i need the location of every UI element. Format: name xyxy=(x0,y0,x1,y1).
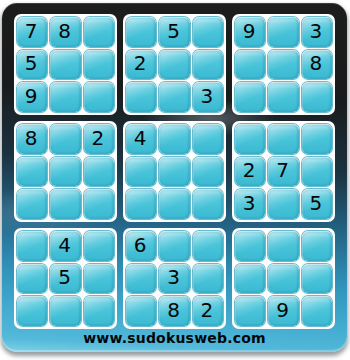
sudoku-cell-r3c6[interactable]: 3 xyxy=(193,82,223,112)
sudoku-cell-r6c1[interactable] xyxy=(17,189,47,219)
sudoku-cell-r7c9[interactable] xyxy=(302,231,332,261)
given-digit: 2 xyxy=(243,160,256,180)
sudoku-cell-r3c8[interactable] xyxy=(268,82,298,112)
sudoku-cell-r7c8[interactable] xyxy=(268,231,298,261)
sudoku-box-4: 82 xyxy=(14,121,117,222)
given-digit: 2 xyxy=(200,300,213,320)
given-digit: 8 xyxy=(58,21,71,41)
sudoku-cell-r9c9[interactable] xyxy=(302,296,332,326)
given-digit: 5 xyxy=(167,21,180,41)
sudoku-cell-r7c6[interactable] xyxy=(193,231,223,261)
sudoku-box-6: 2735 xyxy=(232,121,335,222)
given-digit: 6 xyxy=(134,235,147,255)
sudoku-cell-r5c4[interactable] xyxy=(126,157,156,187)
sudoku-cell-r4c1[interactable]: 8 xyxy=(17,124,47,154)
sudoku-cell-r8c9[interactable] xyxy=(302,264,332,294)
sudoku-cell-r4c2[interactable] xyxy=(50,124,80,154)
given-digit: 3 xyxy=(243,193,256,213)
given-digit: 5 xyxy=(58,267,71,287)
sudoku-box-9: 9 xyxy=(232,228,335,329)
sudoku-box-8: 6382 xyxy=(123,228,226,329)
sudoku-cell-r3c4[interactable] xyxy=(126,82,156,112)
sudoku-cell-r5c8[interactable]: 7 xyxy=(268,157,298,187)
sudoku-cell-r9c2[interactable] xyxy=(50,296,80,326)
sudoku-cell-r1c5[interactable]: 5 xyxy=(159,17,189,47)
sudoku-cell-r8c6[interactable] xyxy=(193,264,223,294)
sudoku-cell-r1c6[interactable] xyxy=(193,17,223,47)
sudoku-cell-r2c5[interactable] xyxy=(159,50,189,80)
sudoku-cell-r2c4[interactable]: 2 xyxy=(126,50,156,80)
given-digit: 9 xyxy=(243,21,256,41)
sudoku-cell-r3c1[interactable]: 9 xyxy=(17,82,47,112)
sudoku-cell-r4c7[interactable] xyxy=(235,124,265,154)
sudoku-cell-r8c4[interactable] xyxy=(126,264,156,294)
sudoku-cell-r8c3[interactable] xyxy=(84,264,114,294)
sudoku-cell-r5c5[interactable] xyxy=(159,157,189,187)
sudoku-cell-r6c8[interactable] xyxy=(268,189,298,219)
sudoku-cell-r3c3[interactable] xyxy=(84,82,114,112)
given-digit: 4 xyxy=(58,235,71,255)
sudoku-cell-r2c8[interactable] xyxy=(268,50,298,80)
sudoku-cell-r1c3[interactable] xyxy=(84,17,114,47)
sudoku-cell-r4c8[interactable] xyxy=(268,124,298,154)
sudoku-cell-r3c7[interactable] xyxy=(235,82,265,112)
sudoku-cell-r1c7[interactable]: 9 xyxy=(235,17,265,47)
sudoku-cell-r9c6[interactable]: 2 xyxy=(193,296,223,326)
given-digit: 2 xyxy=(91,128,104,148)
site-url-text: www.sudokusweb.com xyxy=(2,328,347,350)
sudoku-cell-r3c2[interactable] xyxy=(50,82,80,112)
sudoku-cell-r1c1[interactable]: 7 xyxy=(17,17,47,47)
sudoku-cell-r6c7[interactable]: 3 xyxy=(235,189,265,219)
sudoku-cell-r7c2[interactable]: 4 xyxy=(50,231,80,261)
sudoku-cell-r5c3[interactable] xyxy=(84,157,114,187)
sudoku-cell-r5c9[interactable] xyxy=(302,157,332,187)
given-digit: 7 xyxy=(276,160,289,180)
given-digit: 9 xyxy=(25,86,38,106)
sudoku-cell-r2c9[interactable]: 8 xyxy=(302,50,332,80)
sudoku-cell-r7c5[interactable] xyxy=(159,231,189,261)
sudoku-cell-r6c3[interactable] xyxy=(84,189,114,219)
given-digit: 8 xyxy=(167,300,180,320)
sudoku-cell-r1c8[interactable] xyxy=(268,17,298,47)
sudoku-cell-r2c7[interactable] xyxy=(235,50,265,80)
sudoku-cell-r6c9[interactable]: 5 xyxy=(302,189,332,219)
sudoku-cell-r2c3[interactable] xyxy=(84,50,114,80)
sudoku-board: 785952393882427354563829 xyxy=(14,14,335,329)
sudoku-cell-r8c1[interactable] xyxy=(17,264,47,294)
given-digit: 8 xyxy=(25,128,38,148)
given-digit: 4 xyxy=(134,128,147,148)
given-digit: 8 xyxy=(309,53,322,73)
sudoku-box-5: 4 xyxy=(123,121,226,222)
given-digit: 7 xyxy=(25,21,38,41)
sudoku-cell-r9c1[interactable] xyxy=(17,296,47,326)
given-digit: 3 xyxy=(200,86,213,106)
sudoku-cell-r2c6[interactable] xyxy=(193,50,223,80)
sudoku-cell-r5c6[interactable] xyxy=(193,157,223,187)
sudoku-box-2: 523 xyxy=(123,14,226,115)
given-digit: 9 xyxy=(276,300,289,320)
sudoku-box-1: 7859 xyxy=(14,14,117,115)
sudoku-box-3: 938 xyxy=(232,14,335,115)
sudoku-cell-r9c4[interactable] xyxy=(126,296,156,326)
sudoku-cell-r2c2[interactable] xyxy=(50,50,80,80)
sudoku-cell-r8c7[interactable] xyxy=(235,264,265,294)
sudoku-cell-r7c4[interactable]: 6 xyxy=(126,231,156,261)
sudoku-cell-r6c4[interactable] xyxy=(126,189,156,219)
sudoku-cell-r5c2[interactable] xyxy=(50,157,80,187)
sudoku-cell-r1c9[interactable]: 3 xyxy=(302,17,332,47)
sudoku-cell-r5c7[interactable]: 2 xyxy=(235,157,265,187)
sudoku-cell-r7c7[interactable] xyxy=(235,231,265,261)
sudoku-box-7: 45 xyxy=(14,228,117,329)
sudoku-cell-r6c2[interactable] xyxy=(50,189,80,219)
sudoku-cell-r7c1[interactable] xyxy=(17,231,47,261)
sudoku-cell-r8c5[interactable]: 3 xyxy=(159,264,189,294)
given-digit: 2 xyxy=(134,53,147,73)
sudoku-cell-r6c5[interactable] xyxy=(159,189,189,219)
sudoku-cell-r3c9[interactable] xyxy=(302,82,332,112)
given-digit: 3 xyxy=(167,267,180,287)
given-digit: 5 xyxy=(309,193,322,213)
sudoku-cell-r4c3[interactable]: 2 xyxy=(84,124,114,154)
sudoku-cell-r9c8[interactable]: 9 xyxy=(268,296,298,326)
sudoku-cell-r7c3[interactable] xyxy=(84,231,114,261)
sudoku-cell-r8c2[interactable]: 5 xyxy=(50,264,80,294)
sudoku-cell-r4c4[interactable]: 4 xyxy=(126,124,156,154)
sudoku-cell-r1c2[interactable]: 8 xyxy=(50,17,80,47)
sudoku-cell-r6c6[interactable] xyxy=(193,189,223,219)
sudoku-cell-r2c1[interactable]: 5 xyxy=(17,50,47,80)
sudoku-cell-r9c3[interactable] xyxy=(84,296,114,326)
sudoku-cell-r9c5[interactable]: 8 xyxy=(159,296,189,326)
sudoku-cell-r4c6[interactable] xyxy=(193,124,223,154)
sudoku-cell-r5c1[interactable] xyxy=(17,157,47,187)
sudoku-cell-r1c4[interactable] xyxy=(126,17,156,47)
sudoku-cell-r9c7[interactable] xyxy=(235,296,265,326)
sudoku-cell-r8c8[interactable] xyxy=(268,264,298,294)
board-frame: 785952393882427354563829 www.sudokusweb.… xyxy=(2,3,347,352)
sudoku-cell-r4c5[interactable] xyxy=(159,124,189,154)
given-digit: 5 xyxy=(25,53,38,73)
given-digit: 3 xyxy=(309,21,322,41)
sudoku-cell-r3c5[interactable] xyxy=(159,82,189,112)
sudoku-cell-r4c9[interactable] xyxy=(302,124,332,154)
